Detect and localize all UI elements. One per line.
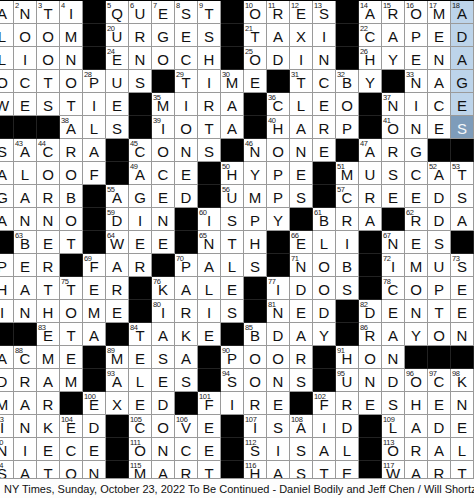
grid-cell[interactable]: 115M: [129, 461, 152, 478]
grid-cell[interactable]: R: [405, 438, 428, 461]
grid-cell[interactable]: S: [290, 438, 313, 461]
grid-cell[interactable]: A: [451, 208, 474, 231]
grid-cell[interactable]: D: [428, 415, 451, 438]
grid-cell[interactable]: 112S: [244, 438, 267, 461]
grid-cell[interactable]: L: [451, 438, 474, 461]
grid-cell[interactable]: P: [267, 185, 290, 208]
grid-cell[interactable]: O: [60, 300, 83, 323]
grid-cell[interactable]: 38A: [60, 116, 83, 139]
grid-cell[interactable]: 36C: [267, 93, 290, 116]
grid-cell[interactable]: S: [290, 369, 313, 392]
grid-cell[interactable]: T: [313, 461, 336, 478]
grid-cell[interactable]: 82D: [359, 300, 382, 323]
grid-cell[interactable]: 66E: [290, 231, 313, 254]
grid-cell[interactable]: A: [382, 323, 405, 346]
grid-cell[interactable]: R: [175, 461, 198, 478]
grid-cell[interactable]: E: [451, 415, 474, 438]
grid-cell[interactable]: 33N: [405, 70, 428, 93]
grid-cell[interactable]: R: [290, 346, 313, 369]
grid-cell[interactable]: 98K: [451, 369, 474, 392]
grid-cell[interactable]: R: [244, 392, 267, 415]
grid-cell[interactable]: S: [336, 277, 359, 300]
grid-cell[interactable]: I: [198, 300, 221, 323]
grid-cell[interactable]: 69F: [83, 254, 106, 277]
grid-cell[interactable]: P: [428, 277, 451, 300]
grid-cell[interactable]: 97C: [428, 369, 451, 392]
grid-cell[interactable]: 41O: [382, 116, 405, 139]
grid-cell[interactable]: 104E: [60, 415, 83, 438]
grid-cell[interactable]: 116H: [244, 461, 267, 478]
grid-cell[interactable]: 70P: [175, 254, 198, 277]
grid-cell[interactable]: 67N: [382, 231, 405, 254]
grid-cell[interactable]: D: [175, 185, 198, 208]
grid-cell[interactable]: N: [14, 208, 37, 231]
grid-cell[interactable]: 31T: [290, 70, 313, 93]
grid-cell[interactable]: A: [428, 70, 451, 93]
grid-cell[interactable]: 72I: [382, 254, 405, 277]
grid-cell[interactable]: A: [83, 323, 106, 346]
grid-cell[interactable]: A: [83, 139, 106, 162]
grid-cell[interactable]: A: [267, 461, 290, 478]
grid-cell[interactable]: D: [313, 300, 336, 323]
grid-cell[interactable]: 105C: [129, 415, 152, 438]
grid-cell[interactable]: 29T: [175, 70, 198, 93]
grid-cell[interactable]: M: [60, 24, 83, 47]
grid-cell[interactable]: 59D: [106, 208, 129, 231]
grid-cell[interactable]: 27O: [0, 70, 14, 93]
grid-cell[interactable]: 6U: [129, 1, 152, 24]
grid-cell[interactable]: 5Q: [106, 1, 129, 24]
grid-cell[interactable]: 49A: [129, 162, 152, 185]
grid-cell[interactable]: G: [451, 70, 474, 93]
grid-cell[interactable]: 54G: [0, 185, 14, 208]
grid-cell[interactable]: R: [382, 139, 405, 162]
grid-cell[interactable]: T: [60, 93, 83, 116]
grid-cell[interactable]: 61B: [313, 208, 336, 231]
grid-cell[interactable]: 39I: [152, 116, 175, 139]
grid-cell[interactable]: E: [129, 346, 152, 369]
grid-cell[interactable]: O: [428, 323, 451, 346]
grid-cell[interactable]: E: [382, 185, 405, 208]
grid-cell[interactable]: A: [37, 369, 60, 392]
grid-cell[interactable]: S: [106, 116, 129, 139]
grid-cell[interactable]: O: [359, 346, 382, 369]
grid-cell[interactable]: E: [313, 93, 336, 116]
grid-cell[interactable]: P: [244, 208, 267, 231]
grid-cell[interactable]: C: [175, 47, 198, 70]
grid-cell[interactable]: R: [336, 208, 359, 231]
grid-cell[interactable]: E: [129, 231, 152, 254]
grid-cell[interactable]: A: [405, 461, 428, 478]
grid-cell[interactable]: Y: [313, 323, 336, 346]
grid-cell[interactable]: 48A: [0, 162, 14, 185]
grid-cell[interactable]: 24E: [106, 47, 129, 70]
grid-cell[interactable]: 40H: [267, 116, 290, 139]
grid-cell[interactable]: 79I: [0, 300, 14, 323]
grid-cell[interactable]: S: [152, 346, 175, 369]
grid-cell[interactable]: 117W: [382, 461, 405, 478]
grid-cell[interactable]: E: [152, 231, 175, 254]
grid-cell[interactable]: M: [405, 254, 428, 277]
grid-cell[interactable]: O: [267, 346, 290, 369]
grid-cell[interactable]: 58A: [0, 208, 14, 231]
grid-cell[interactable]: L: [290, 93, 313, 116]
grid-cell[interactable]: 107I: [244, 415, 267, 438]
grid-cell[interactable]: R: [359, 185, 382, 208]
grid-cell[interactable]: 102F: [313, 392, 336, 415]
grid-cell[interactable]: N: [451, 392, 474, 415]
grid-cell[interactable]: O: [14, 24, 37, 47]
grid-cell[interactable]: A: [267, 24, 290, 47]
grid-cell[interactable]: 103I: [0, 415, 14, 438]
grid-cell[interactable]: T: [451, 461, 474, 478]
grid-cell[interactable]: O: [60, 461, 83, 478]
grid-cell[interactable]: S: [221, 208, 244, 231]
grid-cell[interactable]: E: [14, 93, 37, 116]
grid-cell[interactable]: 14A: [359, 1, 382, 24]
grid-cell[interactable]: S: [382, 162, 405, 185]
grid-cell[interactable]: E: [290, 162, 313, 185]
grid-cell[interactable]: N: [14, 415, 37, 438]
grid-cell[interactable]: 86R: [359, 323, 382, 346]
grid-cell[interactable]: 96O: [405, 369, 428, 392]
grid-cell[interactable]: T: [428, 300, 451, 323]
grid-cell[interactable]: 85B: [244, 323, 267, 346]
grid-cell[interactable]: 9T: [198, 1, 221, 24]
grid-cell[interactable]: A: [14, 185, 37, 208]
grid-cell[interactable]: K: [175, 323, 198, 346]
grid-cell[interactable]: E: [405, 185, 428, 208]
grid-cell[interactable]: S: [451, 116, 474, 139]
grid-cell[interactable]: S: [37, 93, 60, 116]
grid-cell[interactable]: R: [198, 93, 221, 116]
grid-cell[interactable]: E: [382, 300, 405, 323]
grid-cell[interactable]: C: [428, 93, 451, 116]
grid-cell[interactable]: 106V: [175, 415, 198, 438]
grid-cell[interactable]: C: [313, 70, 336, 93]
grid-cell[interactable]: 88C: [14, 346, 37, 369]
grid-cell[interactable]: 7E: [152, 1, 175, 24]
grid-cell[interactable]: X: [106, 392, 129, 415]
grid-cell[interactable]: 62R: [405, 208, 428, 231]
grid-cell[interactable]: M: [83, 300, 106, 323]
grid-cell[interactable]: R: [37, 185, 60, 208]
grid-cell[interactable]: C: [14, 70, 37, 93]
grid-cell[interactable]: I: [198, 70, 221, 93]
grid-cell[interactable]: E: [313, 139, 336, 162]
grid-cell[interactable]: E: [451, 277, 474, 300]
grid-cell[interactable]: D: [451, 24, 474, 47]
grid-cell[interactable]: 23L: [0, 47, 14, 70]
grid-cell[interactable]: O: [267, 139, 290, 162]
grid-cell[interactable]: I: [405, 93, 428, 116]
grid-cell[interactable]: H: [244, 231, 267, 254]
grid-cell[interactable]: 26H: [359, 47, 382, 70]
grid-cell[interactable]: E: [198, 415, 221, 438]
grid-cell[interactable]: C: [60, 438, 83, 461]
grid-cell[interactable]: R: [37, 392, 60, 415]
grid-cell[interactable]: X: [290, 24, 313, 47]
grid-cell[interactable]: 21T: [244, 24, 267, 47]
grid-cell[interactable]: R: [428, 461, 451, 478]
grid-cell[interactable]: 87A: [0, 346, 14, 369]
grid-cell[interactable]: S: [198, 24, 221, 47]
grid-cell[interactable]: R: [14, 369, 37, 392]
grid-cell[interactable]: 1A: [0, 1, 14, 24]
grid-cell[interactable]: E: [106, 93, 129, 116]
grid-cell[interactable]: Y: [267, 208, 290, 231]
grid-cell[interactable]: 15R: [382, 1, 405, 24]
grid-cell[interactable]: E: [451, 93, 474, 116]
grid-cell[interactable]: 68P: [0, 254, 14, 277]
grid-cell[interactable]: N: [175, 139, 198, 162]
grid-cell[interactable]: D: [336, 415, 359, 438]
grid-cell[interactable]: D: [152, 392, 175, 415]
grid-cell[interactable]: O: [336, 93, 359, 116]
grid-cell[interactable]: 71N: [290, 254, 313, 277]
grid-cell[interactable]: A: [290, 323, 313, 346]
grid-cell[interactable]: P: [336, 116, 359, 139]
grid-cell[interactable]: E: [290, 300, 313, 323]
grid-cell[interactable]: A: [382, 24, 405, 47]
grid-cell[interactable]: C: [152, 162, 175, 185]
grid-cell[interactable]: S: [175, 369, 198, 392]
grid-cell[interactable]: A: [221, 116, 244, 139]
grid-cell[interactable]: 51M: [336, 162, 359, 185]
grid-cell[interactable]: D: [267, 47, 290, 70]
grid-cell[interactable]: I: [313, 24, 336, 47]
grid-cell[interactable]: T: [60, 323, 83, 346]
grid-cell[interactable]: E: [129, 392, 152, 415]
grid-cell[interactable]: E: [14, 254, 37, 277]
grid-cell[interactable]: N: [83, 461, 106, 478]
grid-cell[interactable]: N: [359, 369, 382, 392]
grid-cell[interactable]: U: [359, 162, 382, 185]
grid-cell[interactable]: 65N: [198, 231, 221, 254]
grid-cell[interactable]: 45C: [129, 139, 152, 162]
grid-cell[interactable]: N: [290, 139, 313, 162]
grid-cell[interactable]: I: [221, 392, 244, 415]
grid-cell[interactable]: 46N: [244, 139, 267, 162]
grid-cell[interactable]: L: [198, 277, 221, 300]
grid-cell[interactable]: E: [83, 438, 106, 461]
grid-cell[interactable]: 84T: [129, 323, 152, 346]
grid-cell[interactable]: A: [221, 93, 244, 116]
grid-cell[interactable]: 77I: [267, 277, 290, 300]
grid-cell[interactable]: A: [175, 277, 198, 300]
grid-cell[interactable]: O: [60, 162, 83, 185]
grid-cell[interactable]: D: [290, 277, 313, 300]
grid-cell[interactable]: A: [359, 208, 382, 231]
grid-cell[interactable]: 99M: [0, 392, 14, 415]
grid-cell[interactable]: 42S: [0, 139, 14, 162]
grid-cell[interactable]: R: [313, 116, 336, 139]
grid-cell[interactable]: C: [175, 438, 198, 461]
grid-cell[interactable]: E: [175, 162, 198, 185]
grid-cell[interactable]: S: [244, 254, 267, 277]
grid-cell[interactable]: Y: [244, 162, 267, 185]
grid-cell[interactable]: K: [37, 415, 60, 438]
grid-cell[interactable]: I: [14, 438, 37, 461]
grid-cell[interactable]: 50H: [221, 162, 244, 185]
grid-cell[interactable]: D: [83, 415, 106, 438]
grid-cell[interactable]: O: [37, 162, 60, 185]
grid-cell[interactable]: 16O: [405, 1, 428, 24]
grid-cell[interactable]: 111O: [129, 438, 152, 461]
grid-cell[interactable]: 113O: [382, 438, 405, 461]
grid-cell[interactable]: N: [451, 323, 474, 346]
grid-cell[interactable]: O: [37, 47, 60, 70]
grid-cell[interactable]: T: [37, 461, 60, 478]
grid-cell[interactable]: E: [152, 369, 175, 392]
grid-cell[interactable]: E: [221, 277, 244, 300]
grid-cell[interactable]: 114S: [0, 461, 14, 478]
grid-cell[interactable]: M: [60, 369, 83, 392]
grid-cell[interactable]: S: [129, 70, 152, 93]
grid-cell[interactable]: 109L: [382, 415, 405, 438]
grid-cell[interactable]: 25O: [244, 47, 267, 70]
grid-cell[interactable]: L: [83, 116, 106, 139]
grid-cell[interactable]: Y: [359, 70, 382, 93]
grid-cell[interactable]: 30M: [221, 70, 244, 93]
grid-cell[interactable]: 73S: [451, 254, 474, 277]
grid-cell[interactable]: 20U: [106, 24, 129, 47]
grid-cell[interactable]: M: [244, 185, 267, 208]
grid-cell[interactable]: A: [198, 254, 221, 277]
grid-cell[interactable]: F: [83, 162, 106, 185]
grid-cell[interactable]: N: [37, 208, 60, 231]
grid-cell[interactable]: N: [428, 47, 451, 70]
grid-cell[interactable]: G: [152, 24, 175, 47]
grid-cell[interactable]: 64W: [106, 231, 129, 254]
grid-cell[interactable]: 17M: [428, 1, 451, 24]
grid-cell[interactable]: E: [83, 277, 106, 300]
grid-cell[interactable]: H: [198, 47, 221, 70]
grid-cell[interactable]: O: [37, 24, 60, 47]
grid-cell[interactable]: O: [175, 116, 198, 139]
grid-cell[interactable]: 93A: [106, 369, 129, 392]
grid-cell[interactable]: 90P: [221, 346, 244, 369]
grid-cell[interactable]: I: [175, 93, 198, 116]
grid-cell[interactable]: O: [152, 47, 175, 70]
grid-cell[interactable]: 37N: [382, 93, 405, 116]
grid-cell[interactable]: O: [405, 277, 428, 300]
grid-cell[interactable]: E: [60, 346, 83, 369]
grid-cell[interactable]: R: [175, 300, 198, 323]
grid-cell[interactable]: T: [221, 231, 244, 254]
grid-cell[interactable]: 83E: [37, 323, 60, 346]
grid-cell[interactable]: 100E: [83, 392, 106, 415]
grid-cell[interactable]: L: [221, 254, 244, 277]
grid-cell[interactable]: 44C: [37, 139, 60, 162]
grid-cell[interactable]: L: [336, 438, 359, 461]
grid-cell[interactable]: R: [106, 277, 129, 300]
grid-cell[interactable]: A: [405, 415, 428, 438]
grid-cell[interactable]: D: [267, 323, 290, 346]
grid-cell[interactable]: 10O: [244, 1, 267, 24]
grid-cell[interactable]: E: [428, 24, 451, 47]
grid-cell[interactable]: 32B: [336, 70, 359, 93]
grid-cell[interactable]: B: [60, 185, 83, 208]
grid-cell[interactable]: O: [244, 346, 267, 369]
grid-cell[interactable]: S: [451, 185, 474, 208]
grid-cell[interactable]: 34W: [0, 93, 14, 116]
grid-cell[interactable]: S: [198, 139, 221, 162]
grid-cell[interactable]: 19L: [0, 24, 14, 47]
grid-cell[interactable]: U: [106, 70, 129, 93]
grid-cell[interactable]: 55A: [106, 185, 129, 208]
grid-cell[interactable]: R: [60, 139, 83, 162]
grid-cell[interactable]: E: [152, 185, 175, 208]
grid-cell[interactable]: T: [198, 116, 221, 139]
grid-cell[interactable]: E: [37, 438, 60, 461]
grid-cell[interactable]: O: [60, 70, 83, 93]
grid-cell[interactable]: E: [451, 300, 474, 323]
grid-cell[interactable]: 22C: [359, 24, 382, 47]
grid-cell[interactable]: 74H: [0, 277, 14, 300]
grid-cell[interactable]: S: [428, 231, 451, 254]
grid-cell[interactable]: N: [60, 47, 83, 70]
grid-cell[interactable]: A: [106, 254, 129, 277]
grid-cell[interactable]: U: [428, 254, 451, 277]
grid-cell[interactable]: 89M: [106, 346, 129, 369]
grid-cell[interactable]: E: [405, 47, 428, 70]
grid-cell[interactable]: S: [267, 415, 290, 438]
grid-cell[interactable]: 28P: [83, 70, 106, 93]
grid-cell[interactable]: 18A: [451, 1, 474, 24]
grid-cell[interactable]: 108A: [290, 415, 313, 438]
grid-cell[interactable]: E: [405, 231, 428, 254]
grid-cell[interactable]: E: [267, 392, 290, 415]
grid-cell[interactable]: A: [14, 392, 37, 415]
grid-cell[interactable]: 101F: [198, 392, 221, 415]
grid-cell[interactable]: E: [37, 231, 60, 254]
grid-cell[interactable]: E: [106, 300, 129, 323]
grid-cell[interactable]: O: [244, 369, 267, 392]
grid-cell[interactable]: L: [313, 231, 336, 254]
grid-cell[interactable]: 52A: [428, 162, 451, 185]
grid-cell[interactable]: H: [405, 392, 428, 415]
grid-cell[interactable]: Y: [405, 323, 428, 346]
grid-cell[interactable]: 76K: [152, 277, 175, 300]
grid-cell[interactable]: I: [336, 231, 359, 254]
grid-cell[interactable]: 81N: [267, 300, 290, 323]
grid-cell[interactable]: 43A: [14, 139, 37, 162]
grid-cell[interactable]: R: [129, 254, 152, 277]
grid-cell[interactable]: N: [14, 300, 37, 323]
grid-cell[interactable]: A: [152, 323, 175, 346]
grid-cell[interactable]: T: [60, 231, 83, 254]
grid-cell[interactable]: N: [405, 116, 428, 139]
grid-cell[interactable]: 92D: [0, 369, 14, 392]
grid-cell[interactable]: 57C: [336, 185, 359, 208]
grid-cell[interactable]: G: [129, 185, 152, 208]
grid-cell[interactable]: 80I: [152, 300, 175, 323]
grid-cell[interactable]: A: [290, 116, 313, 139]
grid-cell[interactable]: E: [428, 392, 451, 415]
grid-cell[interactable]: S: [221, 300, 244, 323]
grid-cell[interactable]: L: [129, 369, 152, 392]
grid-cell[interactable]: T: [37, 70, 60, 93]
grid-cell[interactable]: E: [198, 438, 221, 461]
grid-cell[interactable]: O: [313, 254, 336, 277]
grid-cell[interactable]: A: [175, 346, 198, 369]
grid-cell[interactable]: E: [198, 323, 221, 346]
grid-cell[interactable]: E: [359, 392, 382, 415]
grid-cell[interactable]: O: [152, 415, 175, 438]
grid-cell[interactable]: C: [405, 162, 428, 185]
grid-cell[interactable]: 78C: [382, 277, 405, 300]
